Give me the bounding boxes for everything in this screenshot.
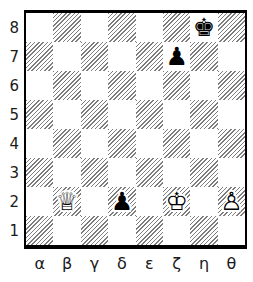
square-ζ1[interactable] [163, 216, 190, 245]
square-δ5[interactable] [108, 100, 135, 129]
square-β7[interactable] [53, 42, 80, 71]
file-label-η: η [190, 249, 217, 277]
square-γ7[interactable] [81, 42, 108, 71]
square-γ6[interactable] [81, 71, 108, 100]
square-η2[interactable] [190, 187, 217, 216]
square-α1[interactable] [26, 216, 53, 245]
square-β5[interactable] [53, 100, 80, 129]
square-ε8[interactable] [136, 13, 163, 42]
square-ζ4[interactable] [163, 129, 190, 158]
square-η7[interactable] [190, 42, 217, 71]
square-δ8[interactable] [108, 13, 135, 42]
square-α6[interactable] [26, 71, 53, 100]
square-θ7[interactable] [218, 42, 245, 71]
square-δ6[interactable] [108, 71, 135, 100]
black-pawn-piece: ♟♟ [108, 187, 135, 216]
black-king-piece: ♚♚ [190, 13, 217, 42]
square-α7[interactable] [26, 42, 53, 71]
rank-label-1: 1 [0, 216, 19, 245]
square-α2[interactable] [26, 187, 53, 216]
square-γ2[interactable] [81, 187, 108, 216]
rank-labels: 87654321 [0, 13, 19, 245]
file-label-ε: ε [136, 249, 163, 277]
black-pawn-piece: ♟♟ [163, 42, 190, 71]
square-θ2[interactable]: ♟♙ [218, 187, 245, 216]
square-δ3[interactable] [108, 158, 135, 187]
file-label-θ: θ [218, 249, 245, 277]
square-β3[interactable] [53, 158, 80, 187]
square-α4[interactable] [26, 129, 53, 158]
white-pawn-piece: ♟♙ [218, 187, 245, 216]
file-labels: αβγδεζηθ [26, 249, 245, 277]
piece-glyph: ♟ [163, 42, 190, 71]
square-β8[interactable] [53, 13, 80, 42]
chess-board: ♚♚♟♟♛♕♟♟♚♔♟♙ [24, 10, 247, 249]
square-ε3[interactable] [136, 158, 163, 187]
square-β1[interactable] [53, 216, 80, 245]
square-θ6[interactable] [218, 71, 245, 100]
square-δ2[interactable]: ♟♟ [108, 187, 135, 216]
file-label-ζ: ζ [163, 249, 190, 277]
piece-glyph: ♚ [190, 13, 217, 42]
square-η4[interactable] [190, 129, 217, 158]
square-θ3[interactable] [218, 158, 245, 187]
piece-glyph: ♕ [53, 187, 80, 216]
square-ζ7[interactable]: ♟♟ [163, 42, 190, 71]
piece-glyph: ♟ [108, 187, 135, 216]
square-ε7[interactable] [136, 42, 163, 71]
square-ε4[interactable] [136, 129, 163, 158]
square-ζ8[interactable] [163, 13, 190, 42]
square-θ1[interactable] [218, 216, 245, 245]
square-α5[interactable] [26, 100, 53, 129]
square-ε6[interactable] [136, 71, 163, 100]
rank-label-2: 2 [0, 187, 19, 216]
square-δ7[interactable] [108, 42, 135, 71]
square-ζ3[interactable] [163, 158, 190, 187]
square-ε1[interactable] [136, 216, 163, 245]
square-θ8[interactable] [218, 13, 245, 42]
piece-glyph: ♔ [163, 187, 190, 216]
square-γ8[interactable] [81, 13, 108, 42]
square-ε5[interactable] [136, 100, 163, 129]
square-θ4[interactable] [218, 129, 245, 158]
file-label-δ: δ [108, 249, 135, 277]
square-η1[interactable] [190, 216, 217, 245]
square-γ5[interactable] [81, 100, 108, 129]
rank-label-7: 7 [0, 42, 19, 71]
square-δ1[interactable] [108, 216, 135, 245]
square-β2[interactable]: ♛♕ [53, 187, 80, 216]
square-ζ6[interactable] [163, 71, 190, 100]
square-ζ2[interactable]: ♚♔ [163, 187, 190, 216]
rank-label-5: 5 [0, 100, 19, 129]
chess-diagram: 87654321 ♚♚♟♟♛♕♟♟♚♔♟♙ αβγδεζηθ [0, 0, 253, 282]
rank-label-3: 3 [0, 158, 19, 187]
rank-label-6: 6 [0, 71, 19, 100]
file-label-β: β [53, 249, 80, 277]
square-γ4[interactable] [81, 129, 108, 158]
square-γ1[interactable] [81, 216, 108, 245]
square-β4[interactable] [53, 129, 80, 158]
square-η8[interactable]: ♚♚ [190, 13, 217, 42]
square-η3[interactable] [190, 158, 217, 187]
square-δ4[interactable] [108, 129, 135, 158]
square-η6[interactable] [190, 71, 217, 100]
white-king-piece: ♚♔ [163, 187, 190, 216]
piece-glyph: ♙ [218, 187, 245, 216]
square-α3[interactable] [26, 158, 53, 187]
square-η5[interactable] [190, 100, 217, 129]
square-γ3[interactable] [81, 158, 108, 187]
square-θ5[interactable] [218, 100, 245, 129]
rank-label-8: 8 [0, 13, 19, 42]
file-label-α: α [26, 249, 53, 277]
white-queen-piece: ♛♕ [53, 187, 80, 216]
rank-label-4: 4 [0, 129, 19, 158]
square-α8[interactable] [26, 13, 53, 42]
square-ε2[interactable] [136, 187, 163, 216]
square-β6[interactable] [53, 71, 80, 100]
file-label-γ: γ [81, 249, 108, 277]
square-ζ5[interactable] [163, 100, 190, 129]
